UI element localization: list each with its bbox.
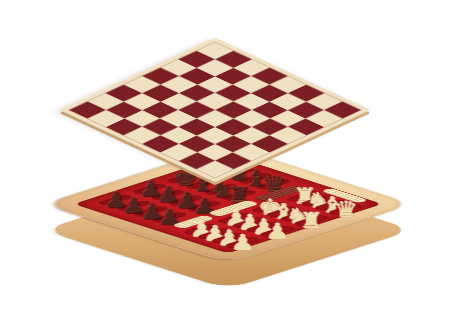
chess-board-grid [69,42,360,177]
chess-piece-light[interactable]: ♟ [262,219,294,244]
chess-piece-light[interactable]: ♛ [330,197,362,222]
chess-piece-light[interactable]: ♟ [227,230,259,255]
chess-board [59,38,370,183]
piece-slot: ♜ [220,189,259,201]
piece-slot: ♟ [257,225,296,237]
piece-slot: ♛ [326,203,365,215]
piece-slot: ♟ [223,236,262,248]
piece-slot: ♜ [292,214,331,226]
chess-set-product-photo: ♜ ♞ ♝ ♛ ♚ ♝ ♞ ♜ ♟ ♟ [0,0,466,311]
chess-piece-light[interactable]: ♜ [296,208,328,233]
